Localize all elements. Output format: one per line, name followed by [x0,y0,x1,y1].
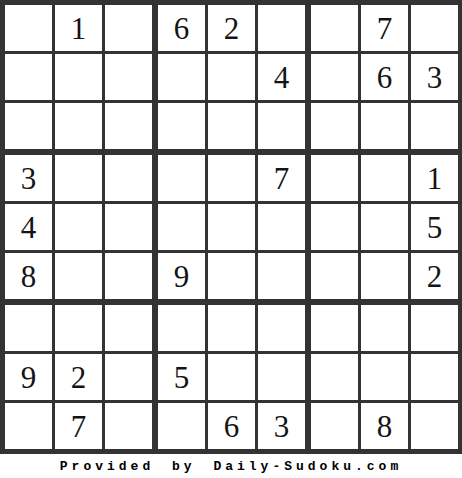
cell-r5c7[interactable] [311,204,358,250]
box-2-2: 8 [311,305,458,449]
cell-r8c9[interactable] [411,354,458,400]
cell-r8c3[interactable] [105,354,152,400]
cell-r4c3[interactable] [105,155,152,201]
cell-r6c8[interactable] [361,253,408,299]
sudoku-board: 1624763348791529275638 [0,0,462,454]
cell-r6c2[interactable] [55,253,102,299]
cell-r9c9[interactable] [411,403,458,449]
cell-r3c8[interactable] [361,103,408,149]
box-0-2: 763 [311,5,458,149]
cell-r9c4[interactable] [158,403,205,449]
cell-r5c1[interactable]: 4 [5,204,52,250]
cell-r4c2[interactable] [55,155,102,201]
box-2-0: 927 [5,305,152,449]
cell-r2c1[interactable] [5,54,52,100]
cell-r1c6[interactable] [258,5,305,51]
cell-r7c9[interactable] [411,305,458,351]
credit-text: Provided by Daily-Sudoku.com [60,459,402,474]
cell-r3c7[interactable] [311,103,358,149]
cell-r2c9[interactable]: 3 [411,54,458,100]
cell-r9c2[interactable]: 7 [55,403,102,449]
cell-r8c8[interactable] [361,354,408,400]
cell-r6c1[interactable]: 8 [5,253,52,299]
cell-r2c8[interactable]: 6 [361,54,408,100]
cell-r1c3[interactable] [105,5,152,51]
cell-r9c8[interactable]: 8 [361,403,408,449]
cell-r5c9[interactable]: 5 [411,204,458,250]
cell-r7c8[interactable] [361,305,408,351]
cell-r1c2[interactable]: 1 [55,5,102,51]
cell-r9c7[interactable] [311,403,358,449]
cell-r2c2[interactable] [55,54,102,100]
cell-r4c1[interactable]: 3 [5,155,52,201]
cell-r5c2[interactable] [55,204,102,250]
cell-r3c4[interactable] [158,103,205,149]
box-1-2: 152 [311,155,458,299]
cell-r9c3[interactable] [105,403,152,449]
cell-r5c3[interactable] [105,204,152,250]
cell-r7c7[interactable] [311,305,358,351]
cell-r2c3[interactable] [105,54,152,100]
cell-r2c6[interactable]: 4 [258,54,305,100]
box-1-0: 348 [5,155,152,299]
cell-r4c6[interactable]: 7 [258,155,305,201]
cell-r2c5[interactable] [208,54,255,100]
box-1-1: 79 [158,155,305,299]
cell-r6c9[interactable]: 2 [411,253,458,299]
cell-r1c8[interactable]: 7 [361,5,408,51]
cell-r9c6[interactable]: 3 [258,403,305,449]
box-0-1: 624 [158,5,305,149]
cell-r8c2[interactable]: 2 [55,354,102,400]
box-0-0: 1 [5,5,152,149]
cell-r7c4[interactable] [158,305,205,351]
cell-r8c7[interactable] [311,354,358,400]
cell-r3c5[interactable] [208,103,255,149]
cell-r1c9[interactable] [411,5,458,51]
cell-r7c1[interactable] [5,305,52,351]
cell-r6c3[interactable] [105,253,152,299]
cell-r1c1[interactable] [5,5,52,51]
cell-r5c4[interactable] [158,204,205,250]
cell-r4c7[interactable] [311,155,358,201]
cell-r2c4[interactable] [158,54,205,100]
cell-r8c6[interactable] [258,354,305,400]
cell-r2c7[interactable] [311,54,358,100]
cell-r4c9[interactable]: 1 [411,155,458,201]
cell-r3c1[interactable] [5,103,52,149]
box-2-1: 563 [158,305,305,449]
cell-r1c7[interactable] [311,5,358,51]
cell-r6c7[interactable] [311,253,358,299]
footer: Provided by Daily-Sudoku.com [0,454,462,478]
cell-r6c5[interactable] [208,253,255,299]
cell-r6c6[interactable] [258,253,305,299]
sudoku-page: 1624763348791529275638 Provided by Daily… [0,0,462,478]
cell-r9c5[interactable]: 6 [208,403,255,449]
cell-r1c5[interactable]: 2 [208,5,255,51]
cell-r3c9[interactable] [411,103,458,149]
cell-r4c4[interactable] [158,155,205,201]
cell-r1c4[interactable]: 6 [158,5,205,51]
cell-r7c6[interactable] [258,305,305,351]
cell-r5c5[interactable] [208,204,255,250]
cell-r3c6[interactable] [258,103,305,149]
cell-r5c6[interactable] [258,204,305,250]
cell-r5c8[interactable] [361,204,408,250]
cell-r8c4[interactable]: 5 [158,354,205,400]
cell-r8c5[interactable] [208,354,255,400]
cell-r6c4[interactable]: 9 [158,253,205,299]
cell-r4c5[interactable] [208,155,255,201]
cell-r3c3[interactable] [105,103,152,149]
cell-r9c1[interactable] [5,403,52,449]
cell-r7c2[interactable] [55,305,102,351]
cell-r7c3[interactable] [105,305,152,351]
cell-r3c2[interactable] [55,103,102,149]
cell-r7c5[interactable] [208,305,255,351]
cell-r4c8[interactable] [361,155,408,201]
cell-r8c1[interactable]: 9 [5,354,52,400]
